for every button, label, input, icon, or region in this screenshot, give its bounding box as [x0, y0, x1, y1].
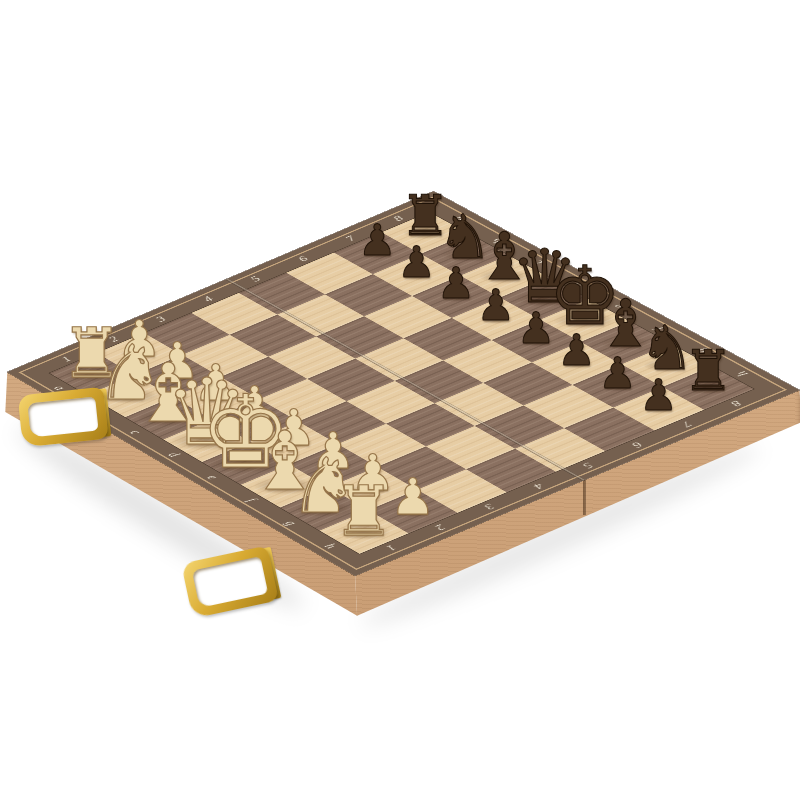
black-pawn-glyph: ♟ [395, 241, 438, 284]
white-rook-glyph: ♜ [330, 477, 399, 546]
piece-black-rook-h8[interactable]: ♜ [680, 343, 736, 399]
piece-black-pawn-g7[interactable]: ♟ [596, 352, 639, 395]
black-pawn-glyph: ♟ [555, 329, 598, 372]
piece-black-pawn-e7[interactable]: ♟ [515, 307, 558, 350]
black-pawn-glyph: ♟ [515, 307, 558, 350]
black-pawn-glyph: ♟ [474, 284, 517, 327]
piece-black-pawn-h7[interactable]: ♟ [637, 374, 680, 417]
black-pawn-glyph: ♟ [435, 262, 478, 305]
wooden-folding-chess-set-photo: 1122334455667788aabbccddeeffgghh ♜♞♝♛♚♝♞… [0, 0, 800, 800]
black-pawn-glyph: ♟ [356, 219, 399, 262]
piece-black-pawn-b7[interactable]: ♟ [395, 241, 438, 284]
black-pawn-glyph: ♟ [637, 374, 680, 417]
piece-black-pawn-a7[interactable]: ♟ [356, 219, 399, 262]
piece-black-pawn-c7[interactable]: ♟ [435, 262, 478, 305]
black-rook-glyph: ♜ [680, 343, 736, 399]
piece-white-rook-h1[interactable]: ♜ [330, 477, 399, 546]
black-pawn-glyph: ♟ [596, 352, 639, 395]
piece-black-pawn-f7[interactable]: ♟ [555, 329, 598, 372]
fold-seam-edge-notch [583, 479, 586, 515]
piece-black-pawn-d7[interactable]: ♟ [474, 284, 517, 327]
